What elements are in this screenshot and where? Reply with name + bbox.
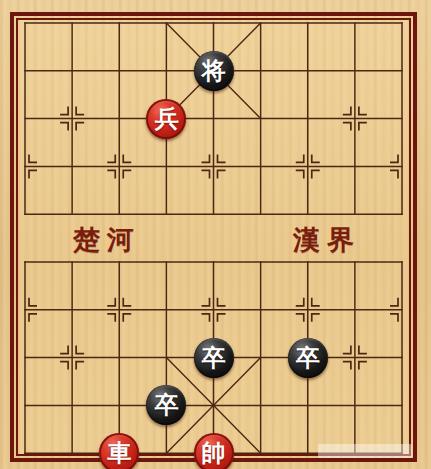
red-soldier[interactable]: 兵 <box>146 99 186 139</box>
piece-layer: 将兵卒卒卒車帥 <box>1 0 425 469</box>
red-chariot[interactable]: 車 <box>99 433 139 469</box>
black-soldier-1-glyph: 卒 <box>202 346 226 370</box>
red-general[interactable]: 帥 <box>194 433 234 469</box>
red-general-glyph: 帥 <box>202 441 226 465</box>
watermark-overlay <box>318 444 412 458</box>
black-soldier-2-cell: 卒 <box>284 334 331 382</box>
black-soldier-3-cell: 卒 <box>143 381 190 429</box>
black-soldier-2-glyph: 卒 <box>296 346 320 370</box>
black-soldier-2[interactable]: 卒 <box>288 338 328 378</box>
screenshot-root: { "game": "xiangqi", "board": { "files":… <box>0 0 431 469</box>
red-soldier-cell: 兵 <box>143 95 190 143</box>
black-general-cell: 将 <box>190 47 237 95</box>
red-soldier-glyph: 兵 <box>154 107 178 131</box>
black-soldier-1[interactable]: 卒 <box>194 338 234 378</box>
black-soldier-1-cell: 卒 <box>190 334 237 382</box>
black-general-glyph: 将 <box>202 59 226 83</box>
red-general-cell: 帥 <box>190 429 237 469</box>
red-chariot-cell: 車 <box>96 429 143 469</box>
black-soldier-3[interactable]: 卒 <box>146 385 186 425</box>
black-soldier-3-glyph: 卒 <box>154 393 178 417</box>
red-chariot-glyph: 車 <box>107 441 131 465</box>
black-general[interactable]: 将 <box>194 51 234 91</box>
